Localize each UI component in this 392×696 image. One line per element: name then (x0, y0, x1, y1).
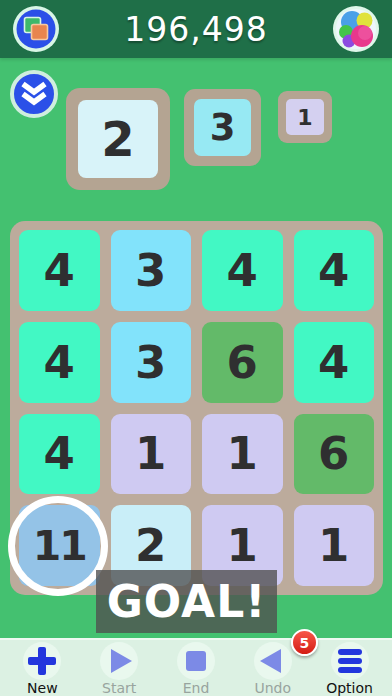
tile-1[interactable]: 1 (202, 414, 283, 495)
tile-3[interactable]: 3 (111, 322, 192, 403)
toolbar-end-button[interactable]: End (162, 642, 230, 696)
toolbar: NewStartEnd5UndoOption (0, 638, 392, 696)
tile-4[interactable]: 4 (202, 230, 283, 311)
toolbar-start-button[interactable]: Start (85, 642, 153, 696)
goal-banner: GOAL! (96, 570, 277, 633)
overlapping-squares-icon (12, 5, 60, 53)
tile-1[interactable]: 1 (111, 414, 192, 495)
play-icon (100, 642, 138, 680)
score: 196,498 (60, 10, 332, 49)
tile-6[interactable]: 6 (202, 322, 283, 403)
tile-4[interactable]: 4 (19, 230, 100, 311)
toolbar-label: Option (326, 680, 373, 696)
next-tile-3-value: 1 (286, 99, 324, 135)
menu-icon (331, 642, 369, 680)
tile-3[interactable]: 3 (111, 230, 192, 311)
game-center-button[interactable] (332, 5, 380, 53)
plus-icon (23, 642, 61, 680)
undo-count-badge: 5 (291, 629, 318, 656)
tile-4[interactable]: 4 (294, 230, 375, 311)
collapse-queue-button[interactable] (10, 70, 58, 118)
next-tile-2: 3 (184, 89, 261, 166)
next-tile-1-value: 2 (78, 100, 158, 178)
toolbar-new-button[interactable]: New (8, 642, 76, 696)
next-tile-2-value: 3 (194, 99, 251, 156)
back-icon: 5 (254, 642, 292, 680)
goal-highlight-circle (8, 496, 108, 596)
tile-4[interactable]: 4 (19, 322, 100, 403)
header: 196,498 (0, 0, 392, 58)
next-tile-3: 1 (278, 91, 332, 143)
goal-label: GOAL! (107, 576, 267, 627)
tile-6[interactable]: 6 (294, 414, 375, 495)
toolbar-option-button[interactable]: Option (316, 642, 384, 696)
toolbar-label: New (27, 680, 58, 696)
game-center-bubbles-icon (332, 5, 380, 53)
double-chevron-down-icon (19, 80, 49, 108)
next-tile-1: 2 (66, 88, 170, 190)
tile-4[interactable]: 4 (294, 322, 375, 403)
stop-icon (177, 642, 215, 680)
toolbar-undo-button[interactable]: 5Undo (239, 642, 307, 696)
tile-1[interactable]: 1 (294, 505, 375, 586)
tile-4[interactable]: 4 (19, 414, 100, 495)
toolbar-label: Start (102, 680, 136, 696)
toolbar-label: Undo (254, 680, 291, 696)
toolbar-label: End (183, 680, 210, 696)
app-screen: 196,498 2 3 1 4344436441161 (0, 0, 392, 696)
screenshot-squares-button[interactable] (12, 5, 60, 53)
